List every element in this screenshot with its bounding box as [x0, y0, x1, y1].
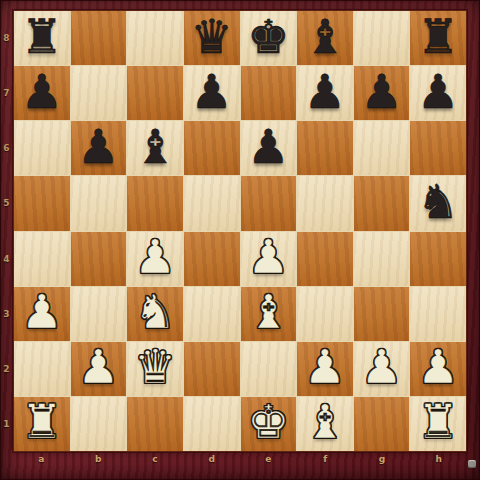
square-a3[interactable]: ♟ [14, 287, 70, 341]
square-f1[interactable]: ♝ [297, 397, 353, 451]
rank-label-1: 1 [0, 397, 13, 452]
square-h3[interactable] [410, 287, 466, 341]
square-c8[interactable] [127, 11, 183, 65]
piece-white-pawn[interactable]: ♟ [134, 233, 176, 280]
square-f2[interactable]: ♟ [297, 342, 353, 396]
rank-label-8: 8 [0, 10, 13, 65]
piece-white-rook[interactable]: ♜ [417, 398, 459, 445]
file-label-f: f [297, 451, 354, 468]
piece-black-queen[interactable]: ♛ [191, 13, 233, 60]
square-b4[interactable] [71, 232, 127, 286]
rank-label-6: 6 [0, 121, 13, 176]
square-g7[interactable]: ♟ [354, 66, 410, 120]
square-e3[interactable]: ♝ [241, 287, 297, 341]
square-d4[interactable] [184, 232, 240, 286]
piece-white-pawn[interactable]: ♟ [77, 343, 119, 390]
piece-black-pawn[interactable]: ♟ [304, 68, 346, 115]
square-a8[interactable]: ♜ [14, 11, 70, 65]
square-b5[interactable] [71, 176, 127, 230]
square-c1[interactable] [127, 397, 183, 451]
square-e4[interactable]: ♟ [241, 232, 297, 286]
file-label-b: b [70, 451, 127, 468]
square-h4[interactable] [410, 232, 466, 286]
square-a4[interactable] [14, 232, 70, 286]
square-f4[interactable] [297, 232, 353, 286]
square-a7[interactable]: ♟ [14, 66, 70, 120]
square-c4[interactable]: ♟ [127, 232, 183, 286]
square-a6[interactable] [14, 121, 70, 175]
rank-label-5: 5 [0, 176, 13, 231]
piece-black-pawn[interactable]: ♟ [77, 123, 119, 170]
square-b2[interactable]: ♟ [71, 342, 127, 396]
square-h7[interactable]: ♟ [410, 66, 466, 120]
square-g6[interactable] [354, 121, 410, 175]
square-e5[interactable] [241, 176, 297, 230]
square-f5[interactable] [297, 176, 353, 230]
square-a1[interactable]: ♜ [14, 397, 70, 451]
square-f7[interactable]: ♟ [297, 66, 353, 120]
square-c6[interactable]: ♝ [127, 121, 183, 175]
piece-white-king[interactable]: ♚ [247, 398, 289, 445]
square-b3[interactable] [71, 287, 127, 341]
square-g1[interactable] [354, 397, 410, 451]
square-a5[interactable] [14, 176, 70, 230]
square-c7[interactable] [127, 66, 183, 120]
square-h6[interactable] [410, 121, 466, 175]
square-b8[interactable] [71, 11, 127, 65]
corner-resize-dot[interactable] [468, 460, 476, 468]
square-d7[interactable]: ♟ [184, 66, 240, 120]
piece-black-pawn[interactable]: ♟ [360, 68, 402, 115]
file-label-g: g [354, 451, 411, 468]
file-label-d: d [183, 451, 240, 468]
square-g3[interactable] [354, 287, 410, 341]
square-d3[interactable] [184, 287, 240, 341]
square-a2[interactable] [14, 342, 70, 396]
piece-black-bishop[interactable]: ♝ [134, 123, 176, 170]
piece-white-bishop[interactable]: ♝ [304, 398, 346, 445]
chessboard-app: 87654321 ♜♛♚♝♜♟♟♟♟♟♟♝♟♞♟♟♟♞♝♟♛♟♟♟♜♚♝♜ ab… [0, 0, 480, 480]
square-e2[interactable] [241, 342, 297, 396]
square-d6[interactable] [184, 121, 240, 175]
square-e7[interactable] [241, 66, 297, 120]
square-d8[interactable]: ♛ [184, 11, 240, 65]
rank-label-3: 3 [0, 286, 13, 341]
square-g4[interactable] [354, 232, 410, 286]
file-label-h: h [410, 451, 467, 468]
square-g5[interactable] [354, 176, 410, 230]
rank-labels: 87654321 [0, 10, 13, 452]
rank-label-2: 2 [0, 342, 13, 397]
piece-white-pawn[interactable]: ♟ [304, 343, 346, 390]
piece-black-knight[interactable]: ♞ [417, 178, 459, 225]
piece-black-rook[interactable]: ♜ [21, 13, 63, 60]
rank-label-7: 7 [0, 65, 13, 120]
piece-black-pawn[interactable]: ♟ [417, 68, 459, 115]
piece-white-pawn[interactable]: ♟ [21, 288, 63, 335]
square-g8[interactable] [354, 11, 410, 65]
square-f3[interactable] [297, 287, 353, 341]
square-g2[interactable]: ♟ [354, 342, 410, 396]
square-h2[interactable]: ♟ [410, 342, 466, 396]
square-h5[interactable]: ♞ [410, 176, 466, 230]
file-label-e: e [240, 451, 297, 468]
square-e8[interactable]: ♚ [241, 11, 297, 65]
piece-white-pawn[interactable]: ♟ [417, 343, 459, 390]
square-f6[interactable] [297, 121, 353, 175]
square-b7[interactable] [71, 66, 127, 120]
piece-white-bishop[interactable]: ♝ [247, 288, 289, 335]
file-label-c: c [127, 451, 184, 468]
piece-black-pawn[interactable]: ♟ [191, 68, 233, 115]
square-b1[interactable] [71, 397, 127, 451]
piece-white-rook[interactable]: ♜ [21, 398, 63, 445]
square-e6[interactable]: ♟ [241, 121, 297, 175]
square-f8[interactable]: ♝ [297, 11, 353, 65]
square-h1[interactable]: ♜ [410, 397, 466, 451]
square-c2[interactable]: ♛ [127, 342, 183, 396]
piece-black-pawn[interactable]: ♟ [21, 68, 63, 115]
square-d5[interactable] [184, 176, 240, 230]
piece-black-bishop[interactable]: ♝ [304, 13, 346, 60]
piece-white-pawn[interactable]: ♟ [360, 343, 402, 390]
piece-white-knight[interactable]: ♞ [134, 288, 176, 335]
square-c3[interactable]: ♞ [127, 287, 183, 341]
square-e1[interactable]: ♚ [241, 397, 297, 451]
rank-label-4: 4 [0, 231, 13, 286]
square-h8[interactable]: ♜ [410, 11, 466, 65]
piece-black-pawn[interactable]: ♟ [247, 123, 289, 170]
piece-white-queen[interactable]: ♛ [134, 343, 176, 390]
square-d1[interactable] [184, 397, 240, 451]
square-b6[interactable]: ♟ [71, 121, 127, 175]
piece-white-pawn[interactable]: ♟ [247, 233, 289, 280]
piece-black-king[interactable]: ♚ [247, 13, 289, 60]
file-labels: abcdefgh [13, 451, 467, 468]
chess-board[interactable]: ♜♛♚♝♜♟♟♟♟♟♟♝♟♞♟♟♟♞♝♟♛♟♟♟♜♚♝♜ [13, 10, 467, 452]
square-d2[interactable] [184, 342, 240, 396]
square-c5[interactable] [127, 176, 183, 230]
piece-black-rook[interactable]: ♜ [417, 13, 459, 60]
file-label-a: a [13, 451, 70, 468]
